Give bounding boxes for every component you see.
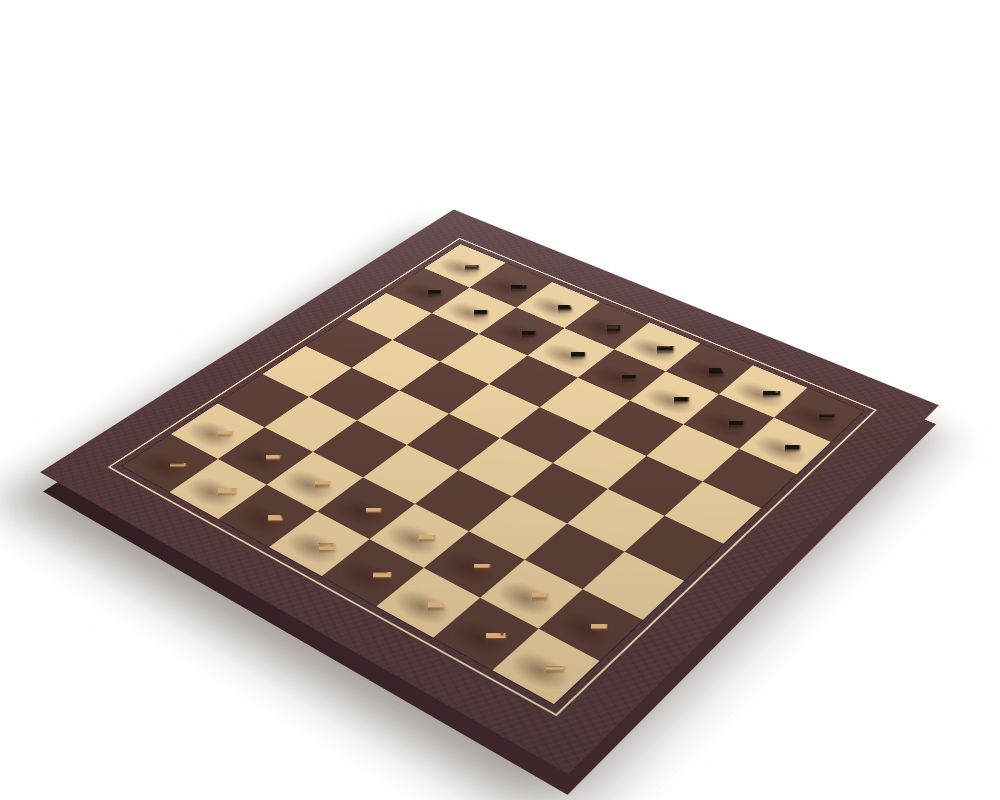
square-f5 <box>553 431 647 489</box>
chess-set-photo: ♜♞♝♛♚♝♞♜♟♟♟♟♟♟♟♟♟♟♟♟♟♟♟♟♜♞♝♛♚♝♞♜ <box>0 0 1000 800</box>
square-g5 <box>608 456 703 516</box>
chess-board: ♜♞♝♛♚♝♞♜♟♟♟♟♟♟♟♟♟♟♟♟♟♟♟♟♜♞♝♛♚♝♞♜ <box>40 210 939 774</box>
board-face <box>40 210 939 774</box>
square-e4 <box>458 438 552 496</box>
square-h5 <box>665 482 761 544</box>
